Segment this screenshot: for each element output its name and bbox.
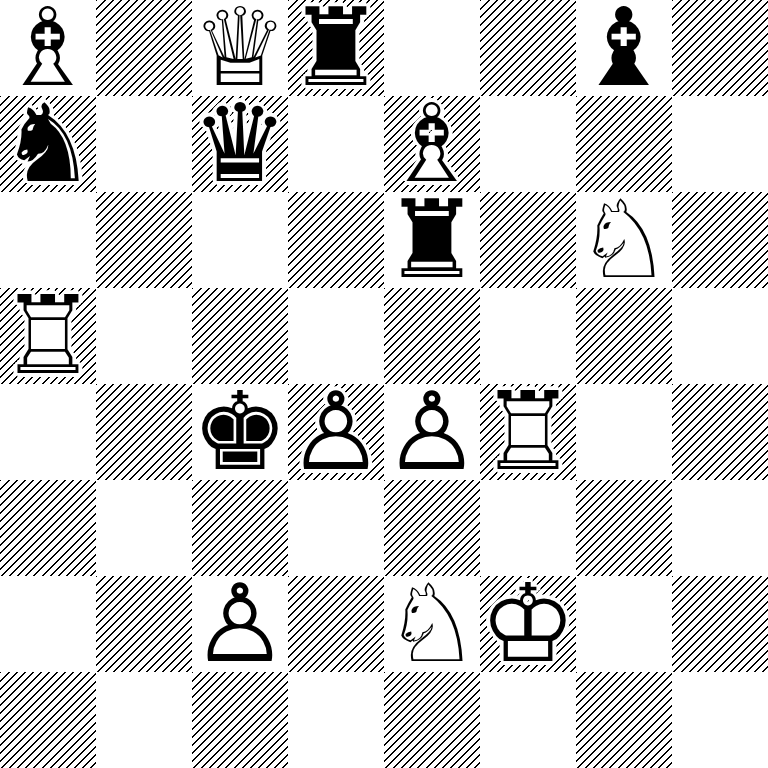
square-h8[interactable] (672, 0, 768, 96)
square-h3[interactable] (672, 480, 768, 576)
piece-black-rook[interactable]: ♜♜ (288, 0, 384, 96)
square-e2[interactable]: ♞♘ (384, 576, 480, 672)
piece-glyph: ♖ (0, 288, 96, 384)
piece-glyph: ♙ (384, 384, 480, 480)
square-e1[interactable] (384, 672, 480, 768)
piece-white-pawn[interactable]: ♟♙ (288, 384, 384, 480)
square-b3[interactable] (96, 480, 192, 576)
square-g3[interactable] (576, 480, 672, 576)
square-f8[interactable] (480, 0, 576, 96)
square-g6[interactable]: ♞♘ (576, 192, 672, 288)
square-g8[interactable]: ♝♝ (576, 0, 672, 96)
square-c6[interactable] (192, 192, 288, 288)
piece-white-knight[interactable]: ♞♘ (384, 576, 480, 672)
square-h6[interactable] (672, 192, 768, 288)
square-e4[interactable]: ♟♙ (384, 384, 480, 480)
square-d7[interactable] (288, 96, 384, 192)
square-d4[interactable]: ♟♙ (288, 384, 384, 480)
square-h1[interactable] (672, 672, 768, 768)
piece-white-rook[interactable]: ♜♖ (480, 384, 576, 480)
piece-white-rook[interactable]: ♜♖ (0, 288, 96, 384)
chess-diagram: ♝♗♛♕♜♜♝♝♞♞♛♛♝♗♜♜♞♘♜♖♚♚♟♙♟♙♜♖♟♙♞♘♚♔ (0, 0, 768, 768)
square-b4[interactable] (96, 384, 192, 480)
square-h2[interactable] (672, 576, 768, 672)
piece-glyph: ♜ (288, 0, 384, 96)
piece-glyph: ♚ (192, 384, 288, 480)
piece-glyph: ♜ (384, 192, 480, 288)
square-f7[interactable] (480, 96, 576, 192)
piece-white-knight[interactable]: ♞♘ (576, 192, 672, 288)
piece-glyph: ♘ (384, 576, 480, 672)
square-e6[interactable]: ♜♜ (384, 192, 480, 288)
square-f6[interactable] (480, 192, 576, 288)
piece-black-king[interactable]: ♚♚ (192, 384, 288, 480)
square-c4[interactable]: ♚♚ (192, 384, 288, 480)
piece-glyph: ♛ (192, 96, 288, 192)
piece-glyph: ♙ (288, 384, 384, 480)
square-d3[interactable] (288, 480, 384, 576)
square-b8[interactable] (96, 0, 192, 96)
piece-black-rook[interactable]: ♜♜ (384, 192, 480, 288)
square-d6[interactable] (288, 192, 384, 288)
square-g5[interactable] (576, 288, 672, 384)
square-b2[interactable] (96, 576, 192, 672)
piece-glyph: ♝ (576, 0, 672, 96)
square-f1[interactable] (480, 672, 576, 768)
square-c1[interactable] (192, 672, 288, 768)
square-f2[interactable]: ♚♔ (480, 576, 576, 672)
square-c2[interactable]: ♟♙ (192, 576, 288, 672)
piece-black-bishop[interactable]: ♝♝ (576, 0, 672, 96)
square-a5[interactable]: ♜♖ (0, 288, 96, 384)
chess-board: ♝♗♛♕♜♜♝♝♞♞♛♛♝♗♜♜♞♘♜♖♚♚♟♙♟♙♜♖♟♙♞♘♚♔ (0, 0, 768, 768)
piece-glyph: ♖ (480, 384, 576, 480)
square-b7[interactable] (96, 96, 192, 192)
square-f4[interactable]: ♜♖ (480, 384, 576, 480)
piece-white-pawn[interactable]: ♟♙ (192, 576, 288, 672)
piece-black-queen[interactable]: ♛♛ (192, 96, 288, 192)
square-c7[interactable]: ♛♛ (192, 96, 288, 192)
square-h7[interactable] (672, 96, 768, 192)
square-d2[interactable] (288, 576, 384, 672)
square-a2[interactable] (0, 576, 96, 672)
square-a3[interactable] (0, 480, 96, 576)
square-b5[interactable] (96, 288, 192, 384)
square-g1[interactable] (576, 672, 672, 768)
square-h5[interactable] (672, 288, 768, 384)
square-a1[interactable] (0, 672, 96, 768)
square-a7[interactable]: ♞♞ (0, 96, 96, 192)
square-g4[interactable] (576, 384, 672, 480)
piece-glyph: ♞ (0, 96, 96, 192)
square-h4[interactable] (672, 384, 768, 480)
square-d8[interactable]: ♜♜ (288, 0, 384, 96)
square-a4[interactable] (0, 384, 96, 480)
piece-glyph: ♙ (192, 576, 288, 672)
square-d1[interactable] (288, 672, 384, 768)
square-b6[interactable] (96, 192, 192, 288)
piece-black-knight[interactable]: ♞♞ (0, 96, 96, 192)
piece-glyph: ♔ (480, 576, 576, 672)
square-b1[interactable] (96, 672, 192, 768)
piece-glyph: ♘ (576, 192, 672, 288)
piece-white-king[interactable]: ♚♔ (480, 576, 576, 672)
piece-white-pawn[interactable]: ♟♙ (384, 384, 480, 480)
square-g2[interactable] (576, 576, 672, 672)
